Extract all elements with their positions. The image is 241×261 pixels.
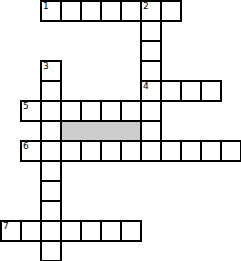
crossword-cell[interactable]: [161, 141, 181, 161]
crossword-cell[interactable]: [61, 221, 81, 241]
crossword-cell[interactable]: [121, 221, 141, 241]
crossword-cell[interactable]: [41, 121, 61, 141]
crossword-cell[interactable]: [41, 181, 61, 201]
crossword-cell[interactable]: [201, 141, 221, 161]
crossword-cell[interactable]: [41, 201, 61, 221]
crossword-cell[interactable]: [101, 221, 121, 241]
crossword-cell[interactable]: [61, 141, 81, 161]
crossword-cell[interactable]: [21, 221, 41, 241]
crossword-cell[interactable]: [121, 141, 141, 161]
crossword-cell[interactable]: [141, 121, 161, 141]
shaded-block: [61, 121, 141, 141]
crossword-cell[interactable]: [61, 101, 81, 121]
crossword-cell[interactable]: [181, 81, 201, 101]
crossword-cell[interactable]: [141, 41, 161, 61]
crossword-cell[interactable]: [41, 221, 61, 241]
crossword-cell[interactable]: [61, 1, 81, 21]
crossword-board: 1234567: [0, 0, 241, 261]
crossword-cell[interactable]: [41, 101, 61, 121]
crossword-cell[interactable]: [41, 141, 61, 161]
crossword-cell[interactable]: [81, 101, 101, 121]
crossword-cell[interactable]: [181, 141, 201, 161]
crossword-cell[interactable]: [81, 221, 101, 241]
crossword-cell[interactable]: [161, 1, 181, 21]
crossword-cell[interactable]: [221, 141, 241, 161]
crossword-cell[interactable]: [141, 61, 161, 81]
clue-number: 2: [143, 2, 149, 11]
crossword-cell[interactable]: [141, 141, 161, 161]
clue-number: 7: [3, 222, 9, 231]
crossword-cell[interactable]: [81, 1, 101, 21]
crossword-cell[interactable]: [81, 141, 101, 161]
crossword-cell[interactable]: [121, 1, 141, 21]
crossword-cell[interactable]: [101, 101, 121, 121]
crossword-cell[interactable]: [101, 1, 121, 21]
crossword-cell[interactable]: [141, 21, 161, 41]
clue-number: 1: [43, 2, 49, 11]
clue-number: 3: [43, 62, 49, 71]
clue-number: 6: [23, 142, 29, 151]
crossword-cell[interactable]: [201, 81, 221, 101]
crossword-cell[interactable]: [121, 101, 141, 121]
clue-number: 4: [143, 82, 149, 91]
clue-number: 5: [23, 102, 29, 111]
crossword-cell[interactable]: [41, 161, 61, 181]
crossword-cell[interactable]: [101, 141, 121, 161]
crossword-cell[interactable]: [41, 241, 61, 261]
crossword-cell[interactable]: [41, 81, 61, 101]
crossword-cell[interactable]: [161, 81, 181, 101]
crossword-cell[interactable]: [141, 101, 161, 121]
